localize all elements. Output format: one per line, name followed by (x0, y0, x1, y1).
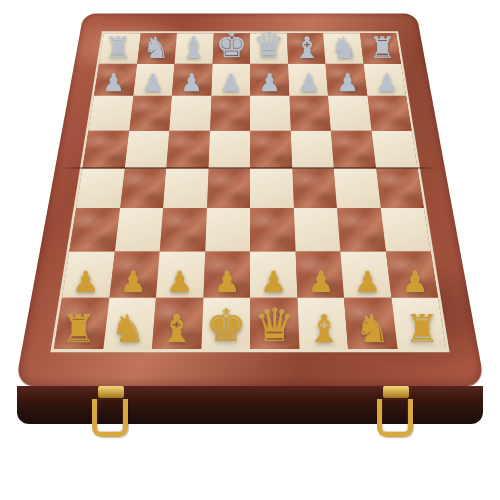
square-d2[interactable]: ♟ (203, 251, 250, 298)
square-h3[interactable] (380, 208, 430, 251)
square-f3[interactable] (293, 208, 340, 251)
square-c5[interactable] (166, 131, 209, 168)
case-front-edge (17, 386, 483, 424)
square-h1[interactable]: ♜ (391, 298, 446, 349)
chessboard[interactable]: ♜♞♝♚♛♝♞♜♟♟♟♟♟♟♟♟♟♟♟♟♟♟♟♟♜♞♝♚♛♝♞♜ (50, 31, 449, 352)
piece-silver-pawn[interactable]: ♟ (289, 70, 328, 95)
piece-gold-rook[interactable]: ♜ (54, 309, 103, 348)
square-g8[interactable]: ♞ (323, 33, 363, 63)
chess-set: ♜♞♝♚♛♝♞♜♟♟♟♟♟♟♟♟♟♟♟♟♟♟♟♟♜♞♝♚♛♝♞♜ (15, 14, 485, 386)
piece-gold-pawn[interactable]: ♟ (62, 267, 109, 297)
piece-silver-pawn[interactable]: ♟ (94, 70, 133, 95)
square-c4[interactable] (163, 168, 208, 208)
square-g4[interactable] (334, 168, 381, 208)
square-h8[interactable]: ♜ (360, 33, 401, 63)
square-g2[interactable]: ♟ (340, 251, 391, 298)
square-h6[interactable] (367, 96, 412, 131)
square-a1[interactable]: ♜ (54, 298, 109, 349)
square-e6[interactable] (250, 96, 290, 131)
piece-silver-knight[interactable]: ♞ (137, 33, 175, 63)
square-d1[interactable]: ♚ (201, 298, 250, 349)
square-h7[interactable]: ♟ (363, 64, 406, 96)
piece-gold-rook[interactable]: ♜ (397, 309, 446, 348)
piece-gold-pawn[interactable]: ♟ (297, 267, 344, 297)
square-e7[interactable]: ♟ (250, 64, 289, 96)
piece-gold-pawn[interactable]: ♟ (156, 267, 203, 297)
square-g1[interactable]: ♞ (344, 298, 397, 349)
square-e1[interactable]: ♛ (250, 298, 299, 349)
square-d3[interactable] (205, 208, 250, 251)
square-b3[interactable] (114, 208, 163, 251)
square-h2[interactable]: ♟ (386, 251, 439, 298)
piece-silver-bishop[interactable]: ♝ (288, 33, 326, 63)
square-b4[interactable] (120, 168, 167, 208)
square-f2[interactable]: ♟ (295, 251, 344, 298)
square-d5[interactable] (208, 131, 250, 168)
square-b2[interactable]: ♟ (109, 251, 160, 298)
square-a4[interactable] (76, 168, 124, 208)
square-f8[interactable]: ♝ (287, 33, 326, 63)
square-f1[interactable]: ♝ (297, 298, 348, 349)
piece-silver-rook[interactable]: ♜ (363, 33, 401, 63)
square-c8[interactable]: ♝ (175, 33, 214, 63)
square-a6[interactable] (88, 96, 133, 131)
piece-silver-pawn[interactable]: ♟ (367, 70, 406, 95)
square-e5[interactable] (250, 131, 292, 168)
piece-gold-bishop[interactable]: ♝ (299, 309, 348, 348)
square-g3[interactable] (337, 208, 386, 251)
piece-gold-knight[interactable]: ♞ (348, 309, 397, 348)
piece-gold-pawn[interactable]: ♟ (391, 267, 438, 297)
square-a7[interactable]: ♟ (94, 64, 137, 96)
piece-silver-knight[interactable]: ♞ (325, 33, 363, 63)
piece-gold-king[interactable]: ♚ (201, 302, 250, 348)
square-a3[interactable] (69, 208, 119, 251)
piece-gold-pawn[interactable]: ♟ (203, 267, 250, 297)
piece-silver-pawn[interactable]: ♟ (250, 70, 289, 95)
piece-gold-knight[interactable]: ♞ (103, 309, 152, 348)
square-e2[interactable]: ♟ (250, 251, 297, 298)
square-e8[interactable]: ♛ (250, 33, 288, 63)
square-b7[interactable]: ♟ (133, 64, 175, 96)
square-h5[interactable] (371, 131, 417, 168)
square-h4[interactable] (376, 168, 424, 208)
square-b5[interactable] (124, 131, 169, 168)
latch-clasp-left (92, 399, 128, 437)
square-b8[interactable]: ♞ (137, 33, 177, 63)
fold-hinge-line (61, 167, 438, 169)
square-f6[interactable] (289, 96, 331, 131)
square-c1[interactable]: ♝ (152, 298, 203, 349)
square-c3[interactable] (160, 208, 207, 251)
square-b1[interactable]: ♞ (103, 298, 156, 349)
piece-gold-queen[interactable]: ♛ (250, 302, 299, 348)
square-f7[interactable]: ♟ (288, 64, 328, 96)
board-top-surface: ♜♞♝♚♛♝♞♜♟♟♟♟♟♟♟♟♟♟♟♟♟♟♟♟♜♞♝♚♛♝♞♜ (15, 14, 485, 386)
square-c6[interactable] (169, 96, 211, 131)
piece-silver-pawn[interactable]: ♟ (172, 70, 211, 95)
square-g7[interactable]: ♟ (325, 64, 367, 96)
piece-silver-pawn[interactable]: ♟ (328, 70, 367, 95)
piece-gold-bishop[interactable]: ♝ (152, 309, 201, 348)
square-g6[interactable] (328, 96, 371, 131)
square-f4[interactable] (292, 168, 337, 208)
square-d7[interactable]: ♟ (211, 64, 250, 96)
piece-silver-rook[interactable]: ♜ (99, 33, 137, 63)
square-d8[interactable]: ♚ (212, 33, 250, 63)
piece-silver-pawn[interactable]: ♟ (133, 70, 172, 95)
piece-silver-queen[interactable]: ♛ (250, 28, 288, 63)
square-d6[interactable] (210, 96, 250, 131)
piece-gold-pawn[interactable]: ♟ (109, 267, 156, 297)
square-d4[interactable] (207, 168, 250, 208)
square-g5[interactable] (331, 131, 376, 168)
piece-silver-bishop[interactable]: ♝ (175, 33, 213, 63)
product-photo: ♜♞♝♚♛♝♞♜♟♟♟♟♟♟♟♟♟♟♟♟♟♟♟♟♜♞♝♚♛♝♞♜ (0, 0, 500, 500)
square-c2[interactable]: ♟ (156, 251, 205, 298)
piece-silver-pawn[interactable]: ♟ (211, 70, 250, 95)
piece-gold-pawn[interactable]: ♟ (344, 267, 391, 297)
square-e3[interactable] (250, 208, 295, 251)
square-b6[interactable] (129, 96, 172, 131)
square-c7[interactable]: ♟ (172, 64, 212, 96)
latch-clasp-right (377, 399, 413, 437)
piece-silver-king[interactable]: ♚ (212, 28, 250, 63)
square-a2[interactable]: ♟ (62, 251, 115, 298)
square-a8[interactable]: ♜ (99, 33, 140, 63)
piece-gold-pawn[interactable]: ♟ (250, 267, 297, 297)
square-f5[interactable] (290, 131, 333, 168)
square-e4[interactable] (250, 168, 293, 208)
square-a5[interactable] (83, 131, 129, 168)
scene: ♜♞♝♚♛♝♞♜♟♟♟♟♟♟♟♟♟♟♟♟♟♟♟♟♜♞♝♚♛♝♞♜ (0, 0, 500, 500)
